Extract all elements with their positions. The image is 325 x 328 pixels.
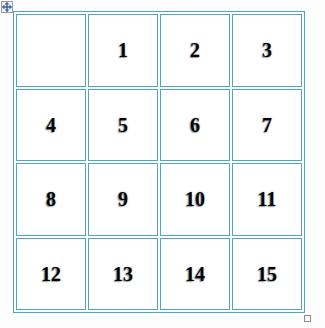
tile-5[interactable]: 5 [88, 89, 158, 162]
table-resize-handle[interactable] [304, 315, 311, 322]
tile-label: 15 [257, 264, 277, 284]
tile-9[interactable]: 9 [88, 163, 158, 236]
tile-label: 2 [190, 40, 200, 60]
tile-8[interactable]: 8 [16, 163, 86, 236]
move-arrows-icon [2, 2, 12, 12]
tile-label: 6 [190, 115, 200, 135]
table-move-handle[interactable] [1, 1, 13, 13]
tile-6[interactable]: 6 [160, 89, 230, 162]
tile-label: 13 [113, 264, 133, 284]
tile-label: 1 [118, 40, 128, 60]
tile-label: 14 [185, 264, 205, 284]
empty-cell[interactable] [16, 14, 86, 87]
tile-15[interactable]: 15 [232, 238, 302, 311]
tile-13[interactable]: 13 [88, 238, 158, 311]
puzzle-board: 1 2 3 4 5 6 7 8 9 10 11 12 13 14 15 [13, 11, 305, 313]
tile-4[interactable]: 4 [16, 89, 86, 162]
tile-label: 10 [185, 189, 205, 209]
tile-label: 4 [46, 115, 56, 135]
tile-label: 9 [118, 189, 128, 209]
tile-label: 12 [41, 264, 61, 284]
tile-label: 3 [262, 40, 272, 60]
tile-1[interactable]: 1 [88, 14, 158, 87]
tile-11[interactable]: 11 [232, 163, 302, 236]
tile-10[interactable]: 10 [160, 163, 230, 236]
tile-label: 11 [258, 189, 277, 209]
tile-label: 8 [46, 189, 56, 209]
tile-label: 7 [262, 115, 272, 135]
tile-14[interactable]: 14 [160, 238, 230, 311]
tile-3[interactable]: 3 [232, 14, 302, 87]
tile-label: 5 [118, 115, 128, 135]
tile-12[interactable]: 12 [16, 238, 86, 311]
tile-7[interactable]: 7 [232, 89, 302, 162]
tile-2[interactable]: 2 [160, 14, 230, 87]
document-page: 1 2 3 4 5 6 7 8 9 10 11 12 13 14 15 [0, 0, 325, 328]
